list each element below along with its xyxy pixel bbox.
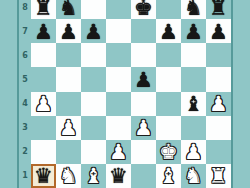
square-h5[interactable] (206, 67, 231, 91)
square-g6[interactable] (181, 43, 206, 67)
square-e3[interactable]: ♟ (131, 116, 156, 140)
piece-black-rook-a8[interactable]: ♜ (34, 0, 53, 19)
square-f1[interactable]: ♝ (156, 164, 181, 188)
square-a4[interactable]: ♟ (31, 92, 56, 116)
piece-white-knight-g1[interactable]: ♞ (184, 166, 203, 187)
piece-white-pawn-d2[interactable]: ♟ (109, 142, 128, 163)
square-d5[interactable] (106, 67, 131, 91)
square-a1[interactable]: ♛ (31, 164, 56, 188)
square-a5[interactable] (31, 67, 56, 91)
piece-black-king-e8[interactable]: ♚ (134, 0, 153, 19)
piece-black-pawn-g7[interactable]: ♟ (184, 22, 203, 43)
square-b8[interactable]: ♞ (56, 0, 81, 19)
square-h1[interactable]: ♜ (206, 164, 231, 188)
square-g8[interactable]: ♞ (181, 0, 206, 19)
square-f5[interactable] (156, 67, 181, 91)
piece-black-pawn-a7[interactable]: ♟ (34, 22, 53, 43)
square-e1[interactable] (131, 164, 156, 188)
square-d7[interactable] (106, 19, 131, 43)
piece-black-pawn-e5[interactable]: ♟ (134, 70, 153, 91)
square-g7[interactable]: ♟ (181, 19, 206, 43)
piece-white-pawn-g2[interactable]: ♟ (184, 142, 203, 163)
board-right-edge-line (231, 0, 233, 188)
piece-black-pawn-b7[interactable]: ♟ (59, 22, 78, 43)
piece-black-queen-d1[interactable]: ♛ (109, 166, 128, 187)
square-g5[interactable] (181, 67, 206, 91)
piece-black-rook-h8[interactable]: ♜ (209, 0, 228, 19)
piece-white-pawn-a4[interactable]: ♟ (34, 94, 53, 115)
piece-black-bishop-g4[interactable]: ♝ (184, 94, 203, 115)
piece-white-bishop-f1[interactable]: ♝ (159, 166, 178, 187)
square-b4[interactable] (56, 92, 81, 116)
square-g1[interactable]: ♞ (181, 164, 206, 188)
piece-black-pawn-c7[interactable]: ♟ (84, 22, 103, 43)
rank-label-5: 5 (19, 67, 31, 91)
square-h8[interactable]: ♜ (206, 0, 231, 19)
square-d4[interactable] (106, 92, 131, 116)
square-d6[interactable] (106, 43, 131, 67)
square-b2[interactable] (56, 140, 81, 164)
square-c1[interactable]: ♝ (81, 164, 106, 188)
square-c7[interactable]: ♟ (81, 19, 106, 43)
square-b7[interactable]: ♟ (56, 19, 81, 43)
square-a6[interactable] (31, 43, 56, 67)
piece-white-king-f2[interactable]: ♚ (159, 142, 178, 163)
square-c5[interactable] (81, 67, 106, 91)
square-b5[interactable] (56, 67, 81, 91)
square-b1[interactable]: ♞ (56, 164, 81, 188)
square-d8[interactable] (106, 0, 131, 19)
square-d3[interactable] (106, 116, 131, 140)
square-c2[interactable] (81, 140, 106, 164)
piece-white-pawn-b3[interactable]: ♟ (59, 118, 78, 139)
square-e7[interactable] (131, 19, 156, 43)
square-f6[interactable] (156, 43, 181, 67)
piece-black-knight-b8[interactable]: ♞ (59, 0, 78, 19)
square-g3[interactable] (181, 116, 206, 140)
rank-label-4: 4 (19, 92, 31, 116)
square-h2[interactable] (206, 140, 231, 164)
square-f4[interactable] (156, 92, 181, 116)
rank-label-3: 3 (19, 116, 31, 140)
piece-black-queen-a1[interactable]: ♛ (34, 166, 53, 187)
piece-black-pawn-f7[interactable]: ♟ (159, 22, 178, 43)
square-f7[interactable]: ♟ (156, 19, 181, 43)
square-b3[interactable]: ♟ (56, 116, 81, 140)
square-b6[interactable] (56, 43, 81, 67)
rank-label-6: 6 (19, 43, 31, 67)
square-h4[interactable]: ♟ (206, 92, 231, 116)
square-a8[interactable]: ♜ (31, 0, 56, 19)
square-d2[interactable]: ♟ (106, 140, 131, 164)
square-a3[interactable] (31, 116, 56, 140)
square-f8[interactable] (156, 0, 181, 19)
rank-label-1: 1 (19, 164, 31, 188)
piece-white-pawn-e3[interactable]: ♟ (134, 118, 153, 139)
square-e8[interactable]: ♚ (131, 0, 156, 19)
chess-board[interactable]: ♜♞♚♞♜♟♟♟♟♟♟♟♟♝♟♟♟♟♚♟♛♞♝♛♝♞♜ (31, 0, 231, 188)
square-e2[interactable] (131, 140, 156, 164)
square-f2[interactable]: ♚ (156, 140, 181, 164)
square-c4[interactable] (81, 92, 106, 116)
square-h7[interactable]: ♟ (206, 19, 231, 43)
square-a7[interactable]: ♟ (31, 19, 56, 43)
square-g2[interactable]: ♟ (181, 140, 206, 164)
rank-label-8: 8 (19, 0, 31, 19)
piece-white-bishop-c1[interactable]: ♝ (84, 166, 103, 187)
square-c3[interactable] (81, 116, 106, 140)
square-a2[interactable] (31, 140, 56, 164)
square-h3[interactable] (206, 116, 231, 140)
square-h6[interactable] (206, 43, 231, 67)
piece-white-pawn-h4[interactable]: ♟ (209, 94, 228, 115)
square-e6[interactable] (131, 43, 156, 67)
rank-label-7: 7 (19, 19, 31, 43)
piece-white-rook-h1[interactable]: ♜ (209, 166, 228, 187)
square-c6[interactable] (81, 43, 106, 67)
piece-black-knight-g8[interactable]: ♞ (184, 0, 203, 19)
square-d1[interactable]: ♛ (106, 164, 131, 188)
rank-label-column: 87654321 (19, 0, 31, 188)
square-c8[interactable] (81, 0, 106, 19)
square-g4[interactable]: ♝ (181, 92, 206, 116)
piece-black-pawn-h7[interactable]: ♟ (209, 22, 228, 43)
square-f3[interactable] (156, 116, 181, 140)
piece-white-knight-b1[interactable]: ♞ (59, 166, 78, 187)
square-e4[interactable] (131, 92, 156, 116)
rank-label-2: 2 (19, 140, 31, 164)
chess-app-window: 87654321 ♜♞♚♞♜♟♟♟♟♟♟♟♟♝♟♟♟♟♚♟♛♞♝♛♝♞♜ (0, 0, 250, 188)
square-e5[interactable]: ♟ (131, 67, 156, 91)
